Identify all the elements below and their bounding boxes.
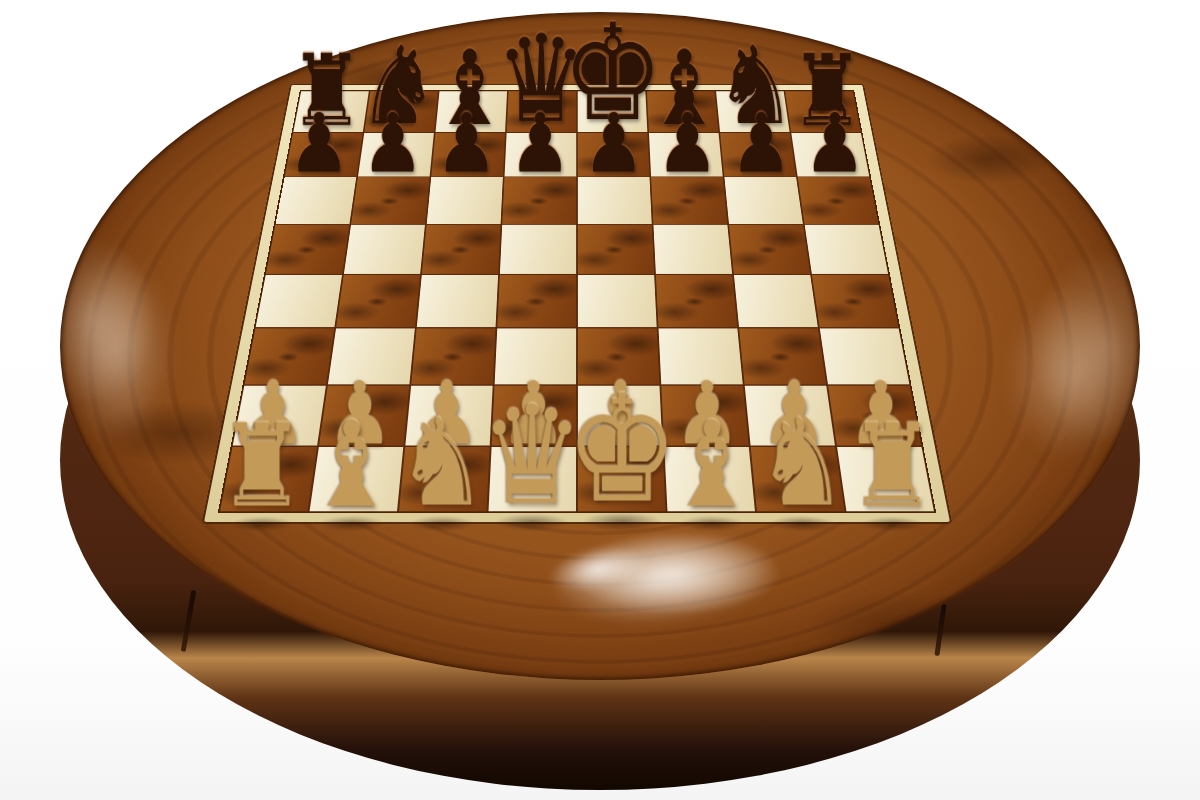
piece-white-bishop-b1: ♝ [307,405,397,523]
piece-black-pawn-a7: ♟ [288,103,350,185]
square-g1: ♞ [751,447,845,511]
square-b7: ♟ [358,133,434,176]
square-e4 [578,275,657,327]
square-g4 [734,275,818,327]
square-f7: ♟ [649,133,723,176]
square-g5 [729,225,810,274]
square-b5 [344,225,425,274]
square-e5 [578,225,654,274]
piece-black-pawn-b7: ♟ [362,103,424,185]
square-a4 [256,275,342,327]
square-d4 [497,275,576,327]
round-chessboard-photo: ♜♞♝♛♚♝♞♜♟♟♟♟♟♟♟♟♟♟♟♟♟♟♟♟♜♝♞♛♚♝♞♜ [0,0,1200,800]
board-perspective-scene: ♜♞♝♛♚♝♞♜♟♟♟♟♟♟♟♟♟♟♟♟♟♟♟♟♜♝♞♛♚♝♞♜ [204,0,950,522]
piece-white-knight-g1: ♞ [756,403,848,523]
square-d7: ♟ [505,133,577,176]
piece-white-rook-a1: ♜ [218,409,305,523]
square-d5 [500,225,576,274]
square-f4 [656,275,737,327]
piece-black-pawn-c7: ♟ [435,103,497,185]
piece-black-pawn-e7: ♟ [583,103,645,185]
piece-white-king-e1: ♚ [566,375,679,523]
square-c1: ♞ [399,447,490,511]
square-h5 [805,225,888,274]
piece-black-pawn-g7: ♟ [730,103,792,185]
piece-black-pawn-f7: ♟ [656,103,718,185]
square-g7: ♟ [720,133,796,176]
piece-black-pawn-d7: ♟ [509,103,571,185]
square-c5 [422,225,501,274]
square-f5 [653,225,732,274]
square-e7: ♟ [578,133,650,176]
square-h1: ♜ [837,447,934,511]
square-h4 [812,275,898,327]
square-c4 [417,275,498,327]
square-e1: ♚ [578,447,666,511]
square-d1: ♛ [489,447,577,511]
square-c7: ♟ [431,133,505,176]
piece-white-rook-h1: ♜ [849,409,936,523]
piece-black-pawn-h7: ♟ [804,103,866,185]
chess-grid: ♜♞♝♛♚♝♞♜♟♟♟♟♟♟♟♟♟♟♟♟♟♟♟♟♜♝♞♛♚♝♞♜ [218,90,936,513]
square-b1: ♝ [310,447,404,511]
square-a5 [266,225,349,274]
square-f1: ♝ [664,447,755,511]
piece-white-bishop-f1: ♝ [667,405,757,523]
square-b4 [336,275,420,327]
chess-board: ♜♞♝♛♚♝♞♜♟♟♟♟♟♟♟♟♟♟♟♟♟♟♟♟♜♝♞♛♚♝♞♜ [204,85,950,522]
square-h7: ♟ [791,133,869,176]
piece-white-knight-c1: ♞ [396,403,488,523]
square-a1: ♜ [220,447,317,511]
